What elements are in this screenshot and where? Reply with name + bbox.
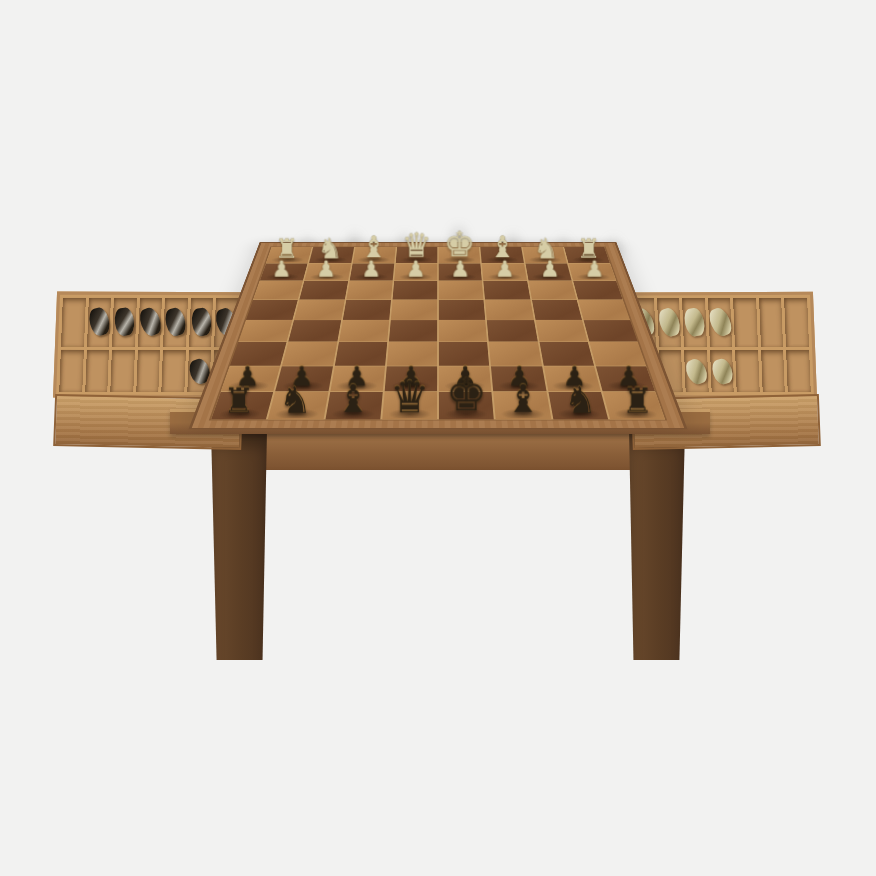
board-square[interactable] bbox=[439, 281, 484, 299]
board-frame: ♜♞♝♛♚♝♞♜♟♟♟♟♟♟♟♟♟♟♟♟♟♟♟♟♜♞♝♛♚♝♞♜ bbox=[188, 242, 687, 430]
drawer-compartment bbox=[112, 298, 136, 347]
spare-light-piece[interactable] bbox=[656, 307, 682, 339]
board-square[interactable] bbox=[300, 281, 348, 299]
board-square[interactable] bbox=[346, 281, 392, 299]
spare-dark-piece[interactable] bbox=[190, 307, 212, 338]
spare-light-piece[interactable] bbox=[709, 357, 734, 386]
drawer-compartment bbox=[708, 298, 732, 347]
board-perspective-wrapper: ♜♞♝♛♚♝♞♜♟♟♟♟♟♟♟♟♟♟♟♟♟♟♟♟♜♞♝♛♚♝♞♜ bbox=[230, 112, 646, 528]
piece-black-rook[interactable]: ♜ bbox=[223, 384, 254, 419]
piece-black-rook[interactable]: ♜ bbox=[621, 384, 652, 419]
board-square[interactable] bbox=[573, 281, 623, 299]
piece-white-pawn[interactable]: ♟ bbox=[316, 258, 336, 280]
board-square[interactable] bbox=[342, 300, 390, 320]
piece-white-pawn[interactable]: ♟ bbox=[361, 258, 381, 280]
board-square[interactable]: ♟ bbox=[568, 263, 616, 280]
spare-dark-piece[interactable] bbox=[86, 306, 111, 338]
chess-table-scene: ♜♞♝♛♚♝♞♜♟♟♟♟♟♟♟♟♟♟♟♟♟♟♟♟♜♞♝♛♚♝♞♜ bbox=[0, 0, 876, 876]
board-square[interactable] bbox=[528, 281, 576, 299]
piece-white-pawn[interactable]: ♟ bbox=[450, 258, 470, 280]
drawer-compartment bbox=[138, 298, 162, 347]
board-square[interactable] bbox=[439, 320, 487, 341]
drawer-compartment bbox=[759, 298, 783, 347]
board-square[interactable] bbox=[439, 300, 486, 320]
board-square[interactable] bbox=[253, 281, 303, 299]
spare-dark-piece[interactable] bbox=[113, 307, 135, 338]
drawer-compartment bbox=[761, 350, 785, 392]
piece-white-pawn[interactable]: ♟ bbox=[495, 258, 515, 280]
board-square[interactable] bbox=[238, 320, 292, 341]
board-square[interactable]: ♟ bbox=[394, 263, 437, 280]
piece-black-king[interactable]: ♚ bbox=[446, 372, 487, 418]
drawer-compartment bbox=[189, 298, 213, 347]
piece-black-queen[interactable]: ♛ bbox=[390, 374, 430, 418]
drawer-compartment bbox=[684, 350, 708, 392]
board-square[interactable]: ♟ bbox=[260, 263, 308, 280]
board-square[interactable] bbox=[246, 300, 298, 320]
board-square[interactable] bbox=[487, 320, 537, 341]
board-square[interactable] bbox=[389, 320, 437, 341]
drawer-compartment bbox=[61, 298, 85, 347]
board-square[interactable] bbox=[339, 320, 389, 341]
board-grid: ♜♞♝♛♚♝♞♜♟♟♟♟♟♟♟♟♟♟♟♟♟♟♟♟♜♞♝♛♚♝♞♜ bbox=[209, 247, 667, 421]
board-square[interactable] bbox=[289, 320, 341, 341]
board-square[interactable] bbox=[485, 300, 533, 320]
piece-white-pawn[interactable]: ♟ bbox=[272, 258, 292, 280]
board-square[interactable]: ♞ bbox=[268, 392, 328, 419]
spare-dark-piece[interactable] bbox=[163, 306, 188, 338]
drawer-compartment bbox=[136, 350, 160, 392]
board-square[interactable] bbox=[391, 300, 438, 320]
spare-light-piece[interactable] bbox=[682, 307, 706, 338]
piece-white-pawn[interactable]: ♟ bbox=[406, 258, 426, 280]
board-square[interactable] bbox=[392, 281, 437, 299]
spare-light-piece[interactable] bbox=[706, 306, 734, 339]
drawer-compartment bbox=[785, 298, 809, 347]
piece-black-bishop[interactable]: ♝ bbox=[506, 380, 541, 419]
board-square[interactable]: ♝ bbox=[325, 392, 383, 419]
board-square[interactable] bbox=[484, 281, 530, 299]
piece-white-pawn[interactable]: ♟ bbox=[584, 258, 604, 280]
drawer-compartment bbox=[657, 298, 681, 347]
drawer-compartment bbox=[787, 349, 811, 391]
drawer-compartment bbox=[710, 350, 734, 392]
piece-black-bishop[interactable]: ♝ bbox=[335, 380, 370, 419]
piece-black-knight[interactable]: ♞ bbox=[279, 382, 312, 419]
board-square[interactable]: ♟ bbox=[482, 263, 527, 280]
board-square[interactable]: ♚ bbox=[439, 392, 494, 419]
drawer-compartment bbox=[87, 298, 111, 347]
piece-white-pawn[interactable]: ♟ bbox=[540, 258, 560, 280]
board-square[interactable]: ♟ bbox=[439, 263, 482, 280]
drawer-compartment bbox=[110, 349, 134, 391]
board-square[interactable]: ♞ bbox=[548, 392, 608, 419]
drawer-compartment bbox=[85, 349, 109, 391]
spare-light-piece[interactable] bbox=[683, 356, 710, 386]
board-square[interactable] bbox=[578, 300, 630, 320]
board-square[interactable]: ♜ bbox=[211, 392, 273, 419]
board-square[interactable] bbox=[294, 300, 344, 320]
board-square[interactable] bbox=[532, 300, 582, 320]
board-square[interactable]: ♛ bbox=[382, 392, 437, 419]
board-square[interactable]: ♟ bbox=[525, 263, 571, 280]
board-square[interactable] bbox=[535, 320, 587, 341]
board-square[interactable]: ♜ bbox=[603, 392, 665, 419]
drawer-compartment bbox=[59, 349, 83, 391]
piece-black-knight[interactable]: ♞ bbox=[564, 382, 597, 419]
drawer-compartment bbox=[162, 350, 186, 392]
board-square[interactable]: ♟ bbox=[349, 263, 394, 280]
board-square[interactable] bbox=[583, 320, 637, 341]
spare-dark-piece[interactable] bbox=[136, 306, 163, 339]
drawer-compartment bbox=[163, 298, 187, 347]
board-square[interactable]: ♟ bbox=[305, 263, 351, 280]
drawer-compartment bbox=[682, 298, 706, 347]
board-square[interactable]: ♝ bbox=[493, 392, 551, 419]
drawer-compartment bbox=[733, 298, 757, 347]
drawer-compartment bbox=[735, 350, 759, 392]
